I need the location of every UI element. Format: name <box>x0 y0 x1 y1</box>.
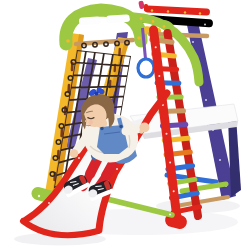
child-right-hand <box>70 149 79 158</box>
child-left-arm <box>126 128 141 131</box>
product-photo-kids-play-gym <box>0 0 250 250</box>
play-structure-illustration <box>0 0 250 250</box>
